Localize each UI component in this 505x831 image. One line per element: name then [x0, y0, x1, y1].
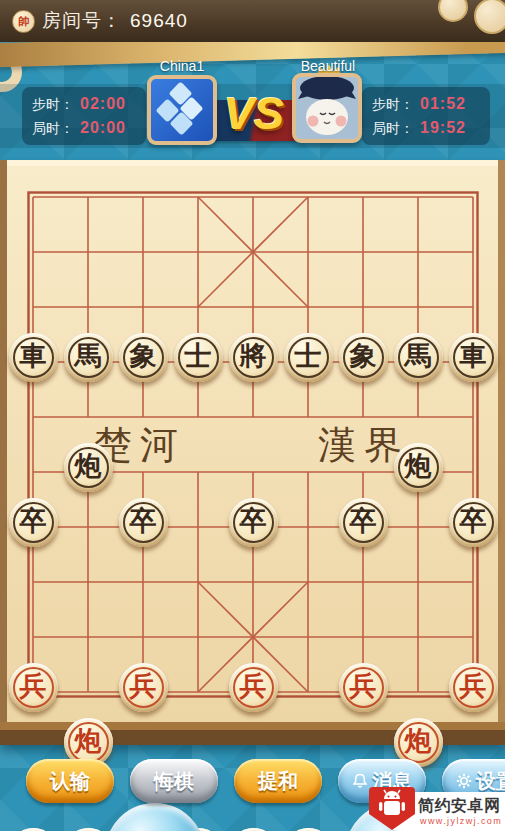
watermark-title: 简约安卓网: [418, 796, 501, 817]
piece-glyph: 卒: [240, 508, 267, 535]
left-player-name: China1: [127, 58, 237, 74]
board-point-c7r4[interactable]: [391, 550, 446, 605]
piece-red-soldier[interactable]: 兵: [9, 663, 58, 712]
piece-red-soldier[interactable]: 兵: [449, 663, 498, 712]
board-point-c5r6[interactable]: [281, 660, 336, 715]
resign-button[interactable]: 认输: [26, 759, 114, 803]
piece-glyph: 炮: [405, 728, 432, 755]
board-point-c3r5[interactable]: [171, 605, 226, 660]
piece-glyph: 兵: [350, 673, 377, 700]
board-point-c7r5[interactable]: [391, 605, 446, 660]
bell-icon: [352, 773, 368, 789]
board-point-c2r2[interactable]: [116, 440, 171, 495]
board-point-c7r6[interactable]: [391, 660, 446, 715]
board-point-c1r9[interactable]: 馬: [61, 825, 116, 831]
piece-black-soldier[interactable]: 卒: [449, 498, 498, 547]
piece-glyph: 兵: [240, 673, 267, 700]
right-game-time-label: 局时：: [372, 121, 414, 135]
room-number-label: 房间号：: [42, 8, 122, 34]
board-point-c1r6[interactable]: [61, 660, 116, 715]
right-player-avatar[interactable]: [292, 73, 362, 143]
board-point-c4r3[interactable]: 卒: [226, 495, 281, 550]
board-point-c8r6[interactable]: 兵: [446, 660, 501, 715]
piece-glyph: 兵: [460, 673, 487, 700]
board-point-c0r5[interactable]: [6, 605, 61, 660]
board-point-c0r4[interactable]: [6, 550, 61, 605]
board-point-c5r0[interactable]: 士: [281, 330, 336, 385]
offer-draw-button-label: 提和: [258, 768, 298, 795]
board-point-c8r5[interactable]: [446, 605, 501, 660]
piece-black-advisor[interactable]: 士: [174, 333, 223, 382]
top-bar: 帥 房间号： 69640: [0, 0, 505, 42]
piece-black-cannon[interactable]: 炮: [64, 443, 113, 492]
piece-red-advisor[interactable]: 仕: [284, 828, 333, 831]
piece-black-soldier[interactable]: 卒: [339, 498, 388, 547]
piece-glyph: 將: [240, 343, 267, 370]
watermark-url: www.jylzwj.com: [420, 816, 502, 826]
board-point-c5r5[interactable]: [281, 605, 336, 660]
board-point-c8r1[interactable]: [446, 385, 501, 440]
site-watermark: 简约安卓网 www.jylzwj.com: [368, 786, 505, 831]
board-grid: 車馬象士將士象馬車炮炮卒卒卒卒卒兵兵兵兵兵炮炮車馬相仕帥仕相馬車: [6, 330, 501, 831]
xiangqi-board: 楚河 漢界 車馬象士將士象馬車炮炮卒卒卒卒卒兵兵兵兵兵炮炮車馬相仕帥仕相馬車: [0, 160, 505, 745]
board-point-c4r0[interactable]: 將: [226, 330, 281, 385]
board-point-c6r0[interactable]: 象: [336, 330, 391, 385]
board-point-c8r4[interactable]: [446, 550, 501, 605]
board-point-c0r1[interactable]: [6, 385, 61, 440]
vs-label: VS: [208, 91, 300, 136]
cartoon-cat-avatar: [296, 77, 358, 139]
board-point-c3r3[interactable]: [171, 495, 226, 550]
resign-button-label: 认输: [50, 768, 90, 795]
game-screen: 帥 房间号： 69640 步时： 02:00 局时： 20:00 步时： 01:…: [0, 0, 505, 831]
board-point-c1r5[interactable]: [61, 605, 116, 660]
piece-glyph: 卒: [130, 508, 157, 535]
board-point-c8r3[interactable]: 卒: [446, 495, 501, 550]
board-point-c7r1[interactable]: [391, 385, 446, 440]
board-point-c5r4[interactable]: [281, 550, 336, 605]
board-point-c0r0[interactable]: 車: [6, 330, 61, 385]
right-timer-panel: 步时： 01:52 局时： 19:52: [362, 87, 490, 145]
board-point-c1r0[interactable]: 馬: [61, 330, 116, 385]
piece-glyph: 車: [460, 343, 487, 370]
piece-glyph: 士: [295, 343, 322, 370]
board-point-c3r6[interactable]: [171, 660, 226, 715]
board-point-c7r0[interactable]: 馬: [391, 330, 446, 385]
piece-black-horse[interactable]: 馬: [394, 333, 443, 382]
board-point-c6r2[interactable]: [336, 440, 391, 495]
piece-black-advisor[interactable]: 士: [284, 333, 333, 382]
piece-glyph: 車: [20, 343, 47, 370]
board-point-c3r2[interactable]: [171, 440, 226, 495]
android-shield-icon: [368, 786, 416, 831]
piece-black-chariot[interactable]: 車: [449, 333, 498, 382]
board-point-c1r1[interactable]: [61, 385, 116, 440]
board-point-c5r2[interactable]: [281, 440, 336, 495]
board-point-c4r5[interactable]: [226, 605, 281, 660]
board-point-c6r6[interactable]: 兵: [336, 660, 391, 715]
piece-glyph: 象: [130, 343, 157, 370]
piece-glyph: 卒: [350, 508, 377, 535]
piece-red-soldier[interactable]: 兵: [229, 663, 278, 712]
piece-red-soldier[interactable]: 兵: [339, 663, 388, 712]
board-point-c0r3[interactable]: 卒: [6, 495, 61, 550]
board-point-c2r5[interactable]: [116, 605, 171, 660]
board-point-c6r3[interactable]: 卒: [336, 495, 391, 550]
board-point-c2r6[interactable]: 兵: [116, 660, 171, 715]
board-point-c1r3[interactable]: [61, 495, 116, 550]
piece-red-general[interactable]: 帥: [229, 828, 278, 831]
board-point-c6r5[interactable]: [336, 605, 391, 660]
undo-move-button[interactable]: 悔棋: [130, 759, 218, 803]
right-step-time-value: 01:52: [420, 96, 466, 112]
piece-glyph: 兵: [20, 673, 47, 700]
piece-black-elephant[interactable]: 象: [119, 333, 168, 382]
board-point-c7r2[interactable]: 炮: [391, 440, 446, 495]
decorative-piece-circle: [474, 0, 505, 34]
board-point-c8r2[interactable]: [446, 440, 501, 495]
piece-black-elephant[interactable]: 象: [339, 333, 388, 382]
left-step-time-value: 02:00: [80, 96, 126, 112]
piece-glyph: 兵: [130, 673, 157, 700]
left-player-avatar[interactable]: [147, 75, 217, 145]
piece-black-soldier[interactable]: 卒: [9, 498, 58, 547]
board-point-c4r4[interactable]: [226, 550, 281, 605]
xiangqi-piece-icon: 帥: [12, 10, 35, 33]
board-point-c4r6[interactable]: 兵: [226, 660, 281, 715]
piece-black-cannon[interactable]: 炮: [394, 443, 443, 492]
piece-glyph: 卒: [460, 508, 487, 535]
left-game-time-label: 局时：: [32, 121, 74, 135]
offer-draw-button[interactable]: 提和: [234, 759, 322, 803]
undo-move-button-label: 悔棋: [154, 768, 194, 795]
piece-glyph: 士: [185, 343, 212, 370]
piece-glyph: 炮: [75, 728, 102, 755]
board-point-c1r4[interactable]: [61, 550, 116, 605]
board-point-c4r9[interactable]: 帥: [226, 825, 281, 831]
board-point-c2r4[interactable]: [116, 550, 171, 605]
right-game-time-value: 19:52: [420, 120, 466, 136]
board-point-c5r3[interactable]: [281, 495, 336, 550]
left-game-time-value: 20:00: [80, 120, 126, 136]
piece-black-general[interactable]: 將: [229, 333, 278, 382]
board-point-c8r0[interactable]: 車: [446, 330, 501, 385]
piece-glyph: 象: [350, 343, 377, 370]
diamond-logo-icon: [151, 79, 213, 141]
board-point-c2r0[interactable]: 象: [116, 330, 171, 385]
piece-glyph: 炮: [75, 453, 102, 480]
board-point-c2r1[interactable]: [116, 385, 171, 440]
board-point-c4r2[interactable]: [226, 440, 281, 495]
board-point-c4r1[interactable]: [226, 385, 281, 440]
piece-black-soldier[interactable]: 卒: [229, 498, 278, 547]
board-point-c1r2[interactable]: 炮: [61, 440, 116, 495]
board-point-c6r1[interactable]: [336, 385, 391, 440]
board-point-c5r9[interactable]: 仕: [281, 825, 336, 831]
piece-black-chariot[interactable]: 車: [9, 333, 58, 382]
right-step-time-label: 步时：: [372, 97, 414, 111]
piece-red-soldier[interactable]: 兵: [119, 663, 168, 712]
board-point-c3r4[interactable]: [171, 550, 226, 605]
piece-red-horse[interactable]: 馬: [64, 828, 113, 831]
piece-glyph: 卒: [20, 508, 47, 535]
board-point-c7r3[interactable]: [391, 495, 446, 550]
piece-black-horse[interactable]: 馬: [64, 333, 113, 382]
piece-black-soldier[interactable]: 卒: [119, 498, 168, 547]
left-step-time-label: 步时：: [32, 97, 74, 111]
board-point-c0r6[interactable]: 兵: [6, 660, 61, 715]
board-point-c2r3[interactable]: 卒: [116, 495, 171, 550]
piece-glyph: 馬: [405, 343, 432, 370]
room-number-value: 69640: [130, 10, 188, 32]
board-point-c5r1[interactable]: [281, 385, 336, 440]
board-point-c3r1[interactable]: [171, 385, 226, 440]
right-player-name: Beautiful: [273, 58, 383, 74]
piece-glyph: 炮: [405, 453, 432, 480]
board-point-c3r0[interactable]: 士: [171, 330, 226, 385]
board-point-c6r4[interactable]: [336, 550, 391, 605]
board-point-c0r9[interactable]: 車: [6, 825, 61, 831]
left-timer-panel: 步时： 02:00 局时： 20:00: [22, 87, 146, 145]
piece-red-chariot[interactable]: 車: [9, 828, 58, 831]
board-point-c0r2[interactable]: [6, 440, 61, 495]
piece-glyph: 馬: [75, 343, 102, 370]
